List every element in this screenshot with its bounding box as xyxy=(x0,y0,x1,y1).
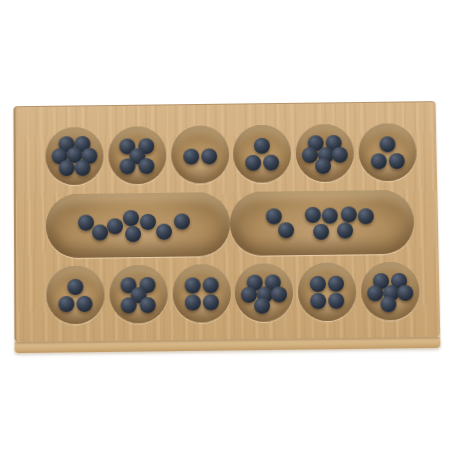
top-row xyxy=(45,118,417,190)
stone xyxy=(120,297,136,313)
pit-bottom-1[interactable] xyxy=(46,265,105,324)
pit-top-3[interactable] xyxy=(171,125,229,183)
stone xyxy=(92,223,108,239)
pit-bottom-3[interactable] xyxy=(172,264,231,323)
stone xyxy=(322,207,338,223)
stone xyxy=(140,213,156,229)
pit-top-1[interactable] xyxy=(45,126,103,184)
stone xyxy=(271,286,287,302)
pit-top-4[interactable] xyxy=(233,124,292,182)
stone xyxy=(278,221,294,237)
stone xyxy=(202,277,218,293)
stone xyxy=(315,157,331,173)
stone xyxy=(202,294,218,310)
stone xyxy=(332,146,348,162)
store-row xyxy=(46,185,419,261)
stone xyxy=(254,137,270,153)
stone xyxy=(266,207,282,223)
stone xyxy=(174,212,190,228)
pit-bottom-4[interactable] xyxy=(235,263,294,322)
stone xyxy=(58,296,74,312)
stone xyxy=(119,158,135,174)
stone xyxy=(125,225,141,241)
stone xyxy=(183,148,199,164)
stone xyxy=(59,159,75,175)
stone xyxy=(337,221,353,237)
pit-top-2[interactable] xyxy=(108,126,166,184)
stone xyxy=(379,136,395,152)
stone xyxy=(67,278,83,294)
pit-top-6[interactable] xyxy=(358,122,417,180)
stone xyxy=(75,159,91,175)
stone xyxy=(76,295,92,311)
pit-bottom-5[interactable] xyxy=(298,262,357,321)
pit-bottom-6[interactable] xyxy=(361,261,420,320)
right-store xyxy=(230,189,415,255)
stone xyxy=(310,293,326,309)
stone xyxy=(156,223,172,239)
stone xyxy=(139,297,155,313)
stone xyxy=(397,284,413,300)
pit-top-5[interactable] xyxy=(296,123,355,181)
stone xyxy=(305,206,321,222)
pit-bottom-2[interactable] xyxy=(109,264,168,323)
bottom-row xyxy=(46,257,420,330)
stone xyxy=(184,277,200,293)
mancala-board xyxy=(14,101,441,342)
stone xyxy=(138,157,154,173)
stone xyxy=(107,217,123,233)
stone xyxy=(78,214,94,230)
stone xyxy=(328,292,344,308)
stone xyxy=(358,207,374,223)
stone xyxy=(380,296,396,312)
stone xyxy=(313,223,329,239)
stone xyxy=(201,148,217,164)
stone xyxy=(263,154,279,170)
stone xyxy=(184,294,200,310)
stone xyxy=(389,152,405,168)
stone xyxy=(328,275,344,291)
stone xyxy=(254,297,270,313)
stone xyxy=(371,153,387,169)
left-store xyxy=(46,191,231,257)
stone xyxy=(245,154,261,170)
photo-background xyxy=(0,0,452,452)
stone xyxy=(123,209,139,225)
stone xyxy=(341,205,357,221)
stone xyxy=(310,276,326,292)
